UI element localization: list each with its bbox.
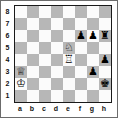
file-label-h: h xyxy=(98,104,110,114)
square-e3[interactable] xyxy=(63,66,75,78)
square-h1[interactable] xyxy=(99,90,111,102)
rank-labels: 87654321 xyxy=(3,6,12,102)
piece-black-rook: ♜ xyxy=(99,30,111,42)
square-h8[interactable] xyxy=(99,6,111,18)
square-g8[interactable] xyxy=(87,6,99,18)
file-label-d: d xyxy=(50,104,62,114)
square-d1[interactable] xyxy=(51,90,63,102)
square-b1[interactable] xyxy=(27,90,39,102)
rank-label-3: 3 xyxy=(3,66,12,78)
square-c1[interactable] xyxy=(39,90,51,102)
chess-board: ♟♟♜♘♖♟♕♟♔♚ xyxy=(14,5,112,103)
rank-label-5: 5 xyxy=(3,42,12,54)
square-c8[interactable] xyxy=(39,6,51,18)
file-label-c: c xyxy=(38,104,50,114)
square-e2[interactable] xyxy=(63,78,75,90)
square-a8[interactable] xyxy=(15,6,27,18)
rank-label-7: 7 xyxy=(3,18,12,30)
square-h2[interactable]: ♚ xyxy=(99,78,111,90)
square-e8[interactable] xyxy=(63,6,75,18)
square-f4[interactable] xyxy=(75,54,87,66)
square-h6[interactable]: ♜ xyxy=(99,30,111,42)
square-f3[interactable] xyxy=(75,66,87,78)
square-h4[interactable]: ♟ xyxy=(99,54,111,66)
rank-label-4: 4 xyxy=(3,54,12,66)
rank-label-8: 8 xyxy=(3,6,12,18)
square-a7[interactable] xyxy=(15,18,27,30)
square-b5[interactable] xyxy=(27,42,39,54)
piece-black-pawn: ♟ xyxy=(75,30,87,42)
file-label-g: g xyxy=(86,104,98,114)
square-b2[interactable] xyxy=(27,78,39,90)
rank-label-6: 6 xyxy=(3,30,12,42)
square-d8[interactable] xyxy=(51,6,63,18)
square-d3[interactable] xyxy=(51,66,63,78)
piece-black-king: ♚ xyxy=(99,78,111,90)
square-f8[interactable] xyxy=(75,6,87,18)
square-b3[interactable] xyxy=(27,66,39,78)
square-a5[interactable] xyxy=(15,42,27,54)
square-a6[interactable] xyxy=(15,30,27,42)
square-g3[interactable]: ♟ xyxy=(87,66,99,78)
square-d6[interactable] xyxy=(51,30,63,42)
file-labels: abcdefgh xyxy=(14,104,110,114)
square-c3[interactable] xyxy=(39,66,51,78)
square-g5[interactable] xyxy=(87,42,99,54)
piece-black-pawn: ♟ xyxy=(87,66,99,78)
square-g6[interactable]: ♟ xyxy=(87,30,99,42)
square-e4[interactable]: ♖ xyxy=(63,54,75,66)
square-b7[interactable] xyxy=(27,18,39,30)
rank-label-2: 2 xyxy=(3,78,12,90)
square-a1[interactable] xyxy=(15,90,27,102)
square-a2[interactable]: ♔ xyxy=(15,78,27,90)
square-f6[interactable]: ♟ xyxy=(75,30,87,42)
square-f1[interactable] xyxy=(75,90,87,102)
square-b4[interactable] xyxy=(27,54,39,66)
square-g1[interactable] xyxy=(87,90,99,102)
file-label-a: a xyxy=(14,104,26,114)
piece-black-pawn: ♟ xyxy=(99,54,111,66)
rank-label-1: 1 xyxy=(3,90,12,102)
square-g2[interactable] xyxy=(87,78,99,90)
square-d5[interactable] xyxy=(51,42,63,54)
square-b6[interactable] xyxy=(27,30,39,42)
square-f5[interactable] xyxy=(75,42,87,54)
piece-black-pawn: ♟ xyxy=(87,30,99,42)
square-f2[interactable] xyxy=(75,78,87,90)
square-c5[interactable] xyxy=(39,42,51,54)
square-c2[interactable] xyxy=(39,78,51,90)
file-label-b: b xyxy=(26,104,38,114)
piece-white-king: ♔ xyxy=(15,78,27,90)
square-d2[interactable] xyxy=(51,78,63,90)
square-e1[interactable] xyxy=(63,90,75,102)
square-d4[interactable] xyxy=(51,54,63,66)
square-c7[interactable] xyxy=(39,18,51,30)
square-c4[interactable] xyxy=(39,54,51,66)
chess-diagram: 87654321 ♟♟♜♘♖♟♕♟♔♚ abcdefgh xyxy=(0,0,118,118)
square-c6[interactable] xyxy=(39,30,51,42)
square-d7[interactable] xyxy=(51,18,63,30)
file-label-e: e xyxy=(62,104,74,114)
square-b8[interactable] xyxy=(27,6,39,18)
file-label-f: f xyxy=(74,104,86,114)
square-e7[interactable] xyxy=(63,18,75,30)
piece-white-rook: ♖ xyxy=(63,54,75,66)
